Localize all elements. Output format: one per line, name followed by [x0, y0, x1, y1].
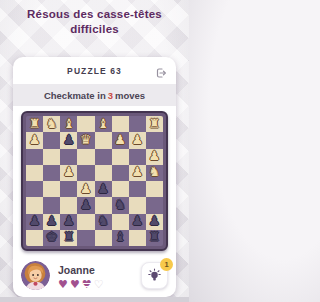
- puzzle-card: PUZZLE 63 Checkmate in 3 moves ♜♞♝♝♜♟♟♛♟…: [13, 57, 176, 297]
- square[interactable]: [60, 197, 77, 213]
- square[interactable]: [77, 230, 94, 246]
- square[interactable]: [60, 149, 77, 165]
- square[interactable]: [146, 132, 163, 148]
- player-bar: Joanne ♥♥♥♡ 1: [21, 257, 168, 293]
- square[interactable]: [95, 230, 112, 246]
- square[interactable]: [112, 116, 129, 132]
- black-piece[interactable]: ♝: [114, 230, 126, 243]
- square[interactable]: ♟: [60, 214, 77, 230]
- black-piece[interactable]: ♟: [63, 214, 75, 227]
- square[interactable]: [26, 165, 43, 181]
- black-piece[interactable]: ♟: [46, 214, 58, 227]
- white-piece[interactable]: ♜: [29, 117, 41, 130]
- square[interactable]: ♜: [26, 116, 43, 132]
- black-piece[interactable]: ♞: [97, 214, 109, 227]
- square[interactable]: [95, 132, 112, 148]
- square[interactable]: [129, 230, 146, 246]
- square[interactable]: ♝: [112, 230, 129, 246]
- square[interactable]: [129, 181, 146, 197]
- white-piece[interactable]: ♟: [114, 133, 126, 146]
- square[interactable]: [77, 116, 94, 132]
- square[interactable]: [26, 149, 43, 165]
- square[interactable]: [26, 197, 43, 213]
- black-piece[interactable]: ♟: [63, 133, 75, 146]
- square[interactable]: [146, 181, 163, 197]
- square[interactable]: ♚: [43, 230, 60, 246]
- square[interactable]: [146, 197, 163, 213]
- square[interactable]: ♟: [26, 214, 43, 230]
- square[interactable]: ♞: [95, 214, 112, 230]
- square[interactable]: ♜: [146, 116, 163, 132]
- black-piece[interactable]: ♟: [97, 182, 109, 195]
- square[interactable]: ♟: [146, 214, 163, 230]
- goal-moves-count: 3: [108, 90, 113, 101]
- black-piece[interactable]: ♟: [29, 214, 41, 227]
- square[interactable]: ♜: [146, 230, 163, 246]
- square[interactable]: ♟: [129, 214, 146, 230]
- white-piece[interactable]: ♟: [63, 165, 75, 178]
- square[interactable]: ♟: [43, 214, 60, 230]
- white-piece[interactable]: ♟: [29, 133, 41, 146]
- promo-title-line2: difficiles: [0, 22, 189, 37]
- square[interactable]: [60, 181, 77, 197]
- square[interactable]: [95, 197, 112, 213]
- square[interactable]: [95, 165, 112, 181]
- puzzle-goal: Checkmate in 3 moves: [13, 84, 176, 106]
- black-piece[interactable]: ♜: [149, 230, 161, 243]
- square[interactable]: [112, 165, 129, 181]
- player-info: Joanne ♥♥♥♡: [58, 260, 106, 290]
- square[interactable]: ♟: [60, 132, 77, 148]
- player-name: Joanne: [58, 264, 95, 276]
- promo-title-line1: Résous des casse-têtes: [0, 7, 189, 22]
- square[interactable]: ♟: [60, 165, 77, 181]
- square[interactable]: ♞: [112, 197, 129, 213]
- white-piece[interactable]: ♜: [149, 117, 161, 130]
- square[interactable]: [129, 149, 146, 165]
- heart-empty-icon: ♡: [94, 279, 104, 290]
- square[interactable]: [129, 116, 146, 132]
- lightbulb-icon: [147, 268, 162, 283]
- black-piece[interactable]: ♞: [114, 198, 126, 211]
- square[interactable]: [77, 214, 94, 230]
- card-header: PUZZLE 63: [13, 57, 176, 84]
- square[interactable]: [112, 149, 129, 165]
- square[interactable]: [43, 132, 60, 148]
- square[interactable]: [26, 230, 43, 246]
- white-piece[interactable]: ♞: [46, 117, 58, 130]
- square[interactable]: ♟: [77, 197, 94, 213]
- goal-suffix: moves: [115, 90, 145, 101]
- black-piece[interactable]: ♚: [46, 230, 58, 243]
- white-piece[interactable]: ♝: [97, 117, 109, 130]
- square[interactable]: [129, 197, 146, 213]
- square[interactable]: ♟: [146, 149, 163, 165]
- square[interactable]: [43, 149, 60, 165]
- bottom-edge: [0, 297, 189, 302]
- hint-count-badge: 1: [160, 258, 173, 271]
- square[interactable]: ♜: [60, 230, 77, 246]
- black-piece[interactable]: ♟: [149, 214, 161, 227]
- square[interactable]: [43, 197, 60, 213]
- square[interactable]: ♟: [95, 181, 112, 197]
- heart-striped-icon: ♥: [82, 279, 92, 290]
- black-piece[interactable]: ♟: [80, 198, 92, 211]
- square[interactable]: [43, 165, 60, 181]
- square[interactable]: ♞: [146, 165, 163, 181]
- chess-board-frame: ♜♞♝♝♜♟♟♛♟♟♟♟♟♞♟♟♟♞♟♟♟♞♟♟♚♜♝♜: [21, 111, 168, 251]
- black-piece[interactable]: ♜: [63, 230, 75, 243]
- square[interactable]: ♞: [43, 116, 60, 132]
- hint-button[interactable]: 1: [141, 262, 168, 289]
- puzzle-title: PUZZLE 63: [67, 66, 122, 76]
- white-piece[interactable]: ♞: [149, 165, 161, 178]
- square[interactable]: ♟: [77, 181, 94, 197]
- square[interactable]: [112, 214, 129, 230]
- white-piece[interactable]: ♛: [80, 133, 92, 146]
- white-piece[interactable]: ♟: [131, 133, 143, 146]
- square[interactable]: ♟: [129, 132, 146, 148]
- square[interactable]: [43, 181, 60, 197]
- square[interactable]: [95, 149, 112, 165]
- square[interactable]: ♝: [95, 116, 112, 132]
- white-piece[interactable]: ♝: [63, 117, 75, 130]
- square[interactable]: ♟: [112, 132, 129, 148]
- heart-full-icon: ♥: [70, 279, 80, 290]
- square[interactable]: ♟: [26, 132, 43, 148]
- promo-title: Résous des casse-têtes difficiles: [0, 7, 189, 37]
- exit-icon[interactable]: [155, 65, 167, 77]
- white-piece[interactable]: ♟: [80, 182, 92, 195]
- goal-prefix: Checkmate in: [44, 90, 106, 101]
- square[interactable]: [77, 149, 94, 165]
- square[interactable]: ♛: [77, 132, 94, 148]
- avatar[interactable]: [21, 261, 50, 290]
- square[interactable]: ♟: [129, 165, 146, 181]
- chess-board[interactable]: ♜♞♝♝♜♟♟♛♟♟♟♟♟♞♟♟♟♞♟♟♟♞♟♟♚♜♝♜: [26, 116, 163, 246]
- square[interactable]: [77, 165, 94, 181]
- square[interactable]: [26, 181, 43, 197]
- square[interactable]: [112, 181, 129, 197]
- lives-hearts: ♥♥♥♡: [58, 279, 106, 290]
- square[interactable]: ♝: [60, 116, 77, 132]
- heart-full-icon: ♥: [58, 279, 68, 290]
- white-piece[interactable]: ♟: [149, 149, 161, 162]
- white-piece[interactable]: ♟: [131, 165, 143, 178]
- black-piece[interactable]: ♟: [131, 214, 143, 227]
